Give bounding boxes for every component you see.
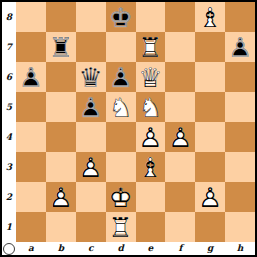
white-pawn-outline: ♙: [195, 182, 225, 212]
square-f8[interactable]: [165, 2, 195, 32]
turn-indicator-cell: [2, 242, 16, 255]
square-b5[interactable]: [46, 92, 76, 122]
black-pawn-outline: ♙: [76, 92, 106, 122]
rank-label-7: 7: [2, 32, 16, 62]
file-label-f: f: [165, 242, 195, 255]
rank-label-2: 2: [2, 182, 16, 212]
square-f6[interactable]: [165, 62, 195, 92]
white-knight: ♞♘: [136, 92, 166, 122]
square-d2[interactable]: ♚♔: [106, 182, 136, 212]
white-pawn-outline: ♙: [165, 122, 195, 152]
square-h3[interactable]: [225, 152, 255, 182]
square-h2[interactable]: [225, 182, 255, 212]
square-h6[interactable]: [225, 62, 255, 92]
white-bishop: ♝♗: [136, 152, 166, 182]
square-d3[interactable]: [106, 152, 136, 182]
black-king-outline: ♔: [106, 2, 136, 32]
square-g3[interactable]: [195, 152, 225, 182]
file-label-a: a: [16, 242, 46, 255]
square-d5[interactable]: ♞♘: [106, 92, 136, 122]
black-rook-outline: ♖: [46, 32, 76, 62]
square-e4[interactable]: ♟♙: [136, 122, 166, 152]
white-rook-outline: ♖: [136, 32, 166, 62]
file-label-b: b: [46, 242, 76, 255]
square-e7[interactable]: ♜♖: [136, 32, 166, 62]
file-label-d: d: [106, 242, 136, 255]
square-d7[interactable]: [106, 32, 136, 62]
square-e8[interactable]: [136, 2, 166, 32]
square-f3[interactable]: [165, 152, 195, 182]
white-bishop-outline: ♗: [195, 2, 225, 32]
black-pawn: ♟♙: [76, 92, 106, 122]
chess-board: 8♚♔♝♗7♜♖♜♖♟♙6♟♙♛♕♟♙♛♕5♟♙♞♘♞♘4♟♙♟♙3♟♙♝♗2♟…: [2, 2, 255, 255]
rank-label-1: 1: [2, 212, 16, 242]
square-c3[interactable]: ♟♙: [76, 152, 106, 182]
rank-label-5: 5: [2, 92, 16, 122]
white-bishop: ♝♗: [195, 2, 225, 32]
square-a3[interactable]: [16, 152, 46, 182]
rank-label-3: 3: [2, 152, 16, 182]
square-h7[interactable]: ♟♙: [225, 32, 255, 62]
file-label-h: h: [225, 242, 255, 255]
black-pawn-outline: ♙: [16, 62, 46, 92]
square-e6[interactable]: ♛♕: [136, 62, 166, 92]
black-pawn: ♟♙: [16, 62, 46, 92]
white-pawn-outline: ♙: [46, 182, 76, 212]
white-pawn: ♟♙: [195, 182, 225, 212]
square-c5[interactable]: ♟♙: [76, 92, 106, 122]
square-b3[interactable]: [46, 152, 76, 182]
square-c2[interactable]: [76, 182, 106, 212]
square-c7[interactable]: [76, 32, 106, 62]
white-pawn: ♟♙: [76, 152, 106, 182]
white-pawn: ♟♙: [136, 122, 166, 152]
square-g8[interactable]: ♝♗: [195, 2, 225, 32]
square-b7[interactable]: ♜♖: [46, 32, 76, 62]
white-pawn-outline: ♙: [76, 152, 106, 182]
white-knight-outline: ♘: [136, 92, 166, 122]
square-g7[interactable]: [195, 32, 225, 62]
square-e5[interactable]: ♞♘: [136, 92, 166, 122]
square-f1[interactable]: [165, 212, 195, 242]
square-h4[interactable]: [225, 122, 255, 152]
square-f2[interactable]: [165, 182, 195, 212]
file-label-c: c: [76, 242, 106, 255]
file-label-g: g: [195, 242, 225, 255]
square-g6[interactable]: [195, 62, 225, 92]
square-a5[interactable]: [16, 92, 46, 122]
square-b1[interactable]: [46, 212, 76, 242]
rank-label-4: 4: [2, 122, 16, 152]
white-king: ♚♔: [106, 182, 136, 212]
white-pawn-outline: ♙: [136, 122, 166, 152]
square-g5[interactable]: [195, 92, 225, 122]
square-f7[interactable]: [165, 32, 195, 62]
square-e2[interactable]: [136, 182, 166, 212]
square-e1[interactable]: [136, 212, 166, 242]
white-bishop-outline: ♗: [136, 152, 166, 182]
square-h8[interactable]: [225, 2, 255, 32]
square-c4[interactable]: [76, 122, 106, 152]
white-rook: ♜♖: [136, 32, 166, 62]
square-c6[interactable]: ♛♕: [76, 62, 106, 92]
square-g1[interactable]: [195, 212, 225, 242]
white-pawn: ♟♙: [46, 182, 76, 212]
rank-label-6: 6: [2, 62, 16, 92]
square-a1[interactable]: [16, 212, 46, 242]
white-knight-outline: ♘: [106, 92, 136, 122]
white-pawn: ♟♙: [165, 122, 195, 152]
rank-label-8: 8: [2, 2, 16, 32]
black-rook: ♜♖: [46, 32, 76, 62]
square-b6[interactable]: [46, 62, 76, 92]
square-b2[interactable]: ♟♙: [46, 182, 76, 212]
black-pawn: ♟♙: [225, 32, 255, 62]
white-king-outline: ♔: [106, 182, 136, 212]
chess-diagram: 8♚♔♝♗7♜♖♜♖♟♙6♟♙♛♕♟♙♛♕5♟♙♞♘♞♘4♟♙♟♙3♟♙♝♗2♟…: [0, 0, 257, 257]
square-c1[interactable]: [76, 212, 106, 242]
white-queen-outline: ♕: [136, 62, 166, 92]
square-e3[interactable]: ♝♗: [136, 152, 166, 182]
square-f4[interactable]: ♟♙: [165, 122, 195, 152]
white-rook: ♜♖: [106, 212, 136, 242]
square-f5[interactable]: [165, 92, 195, 122]
white-knight: ♞♘: [106, 92, 136, 122]
square-a4[interactable]: [16, 122, 46, 152]
square-d4[interactable]: [106, 122, 136, 152]
square-g4[interactable]: [195, 122, 225, 152]
black-pawn: ♟♙: [106, 62, 136, 92]
black-king: ♚♔: [106, 2, 136, 32]
black-queen: ♛♕: [76, 62, 106, 92]
square-a6[interactable]: ♟♙: [16, 62, 46, 92]
square-a7[interactable]: [16, 32, 46, 62]
black-pawn-outline: ♙: [225, 32, 255, 62]
square-b4[interactable]: [46, 122, 76, 152]
square-a2[interactable]: [16, 182, 46, 212]
square-d6[interactable]: ♟♙: [106, 62, 136, 92]
black-queen-outline: ♕: [76, 62, 106, 92]
white-rook-outline: ♖: [106, 212, 136, 242]
white-to-move-indicator: [3, 243, 15, 255]
square-h5[interactable]: [225, 92, 255, 122]
square-a8[interactable]: [16, 2, 46, 32]
square-c8[interactable]: [76, 2, 106, 32]
square-d8[interactable]: ♚♔: [106, 2, 136, 32]
square-d1[interactable]: ♜♖: [106, 212, 136, 242]
black-pawn-outline: ♙: [106, 62, 136, 92]
file-label-e: e: [136, 242, 166, 255]
square-b8[interactable]: [46, 2, 76, 32]
white-queen: ♛♕: [136, 62, 166, 92]
square-h1[interactable]: [225, 212, 255, 242]
square-g2[interactable]: ♟♙: [195, 182, 225, 212]
